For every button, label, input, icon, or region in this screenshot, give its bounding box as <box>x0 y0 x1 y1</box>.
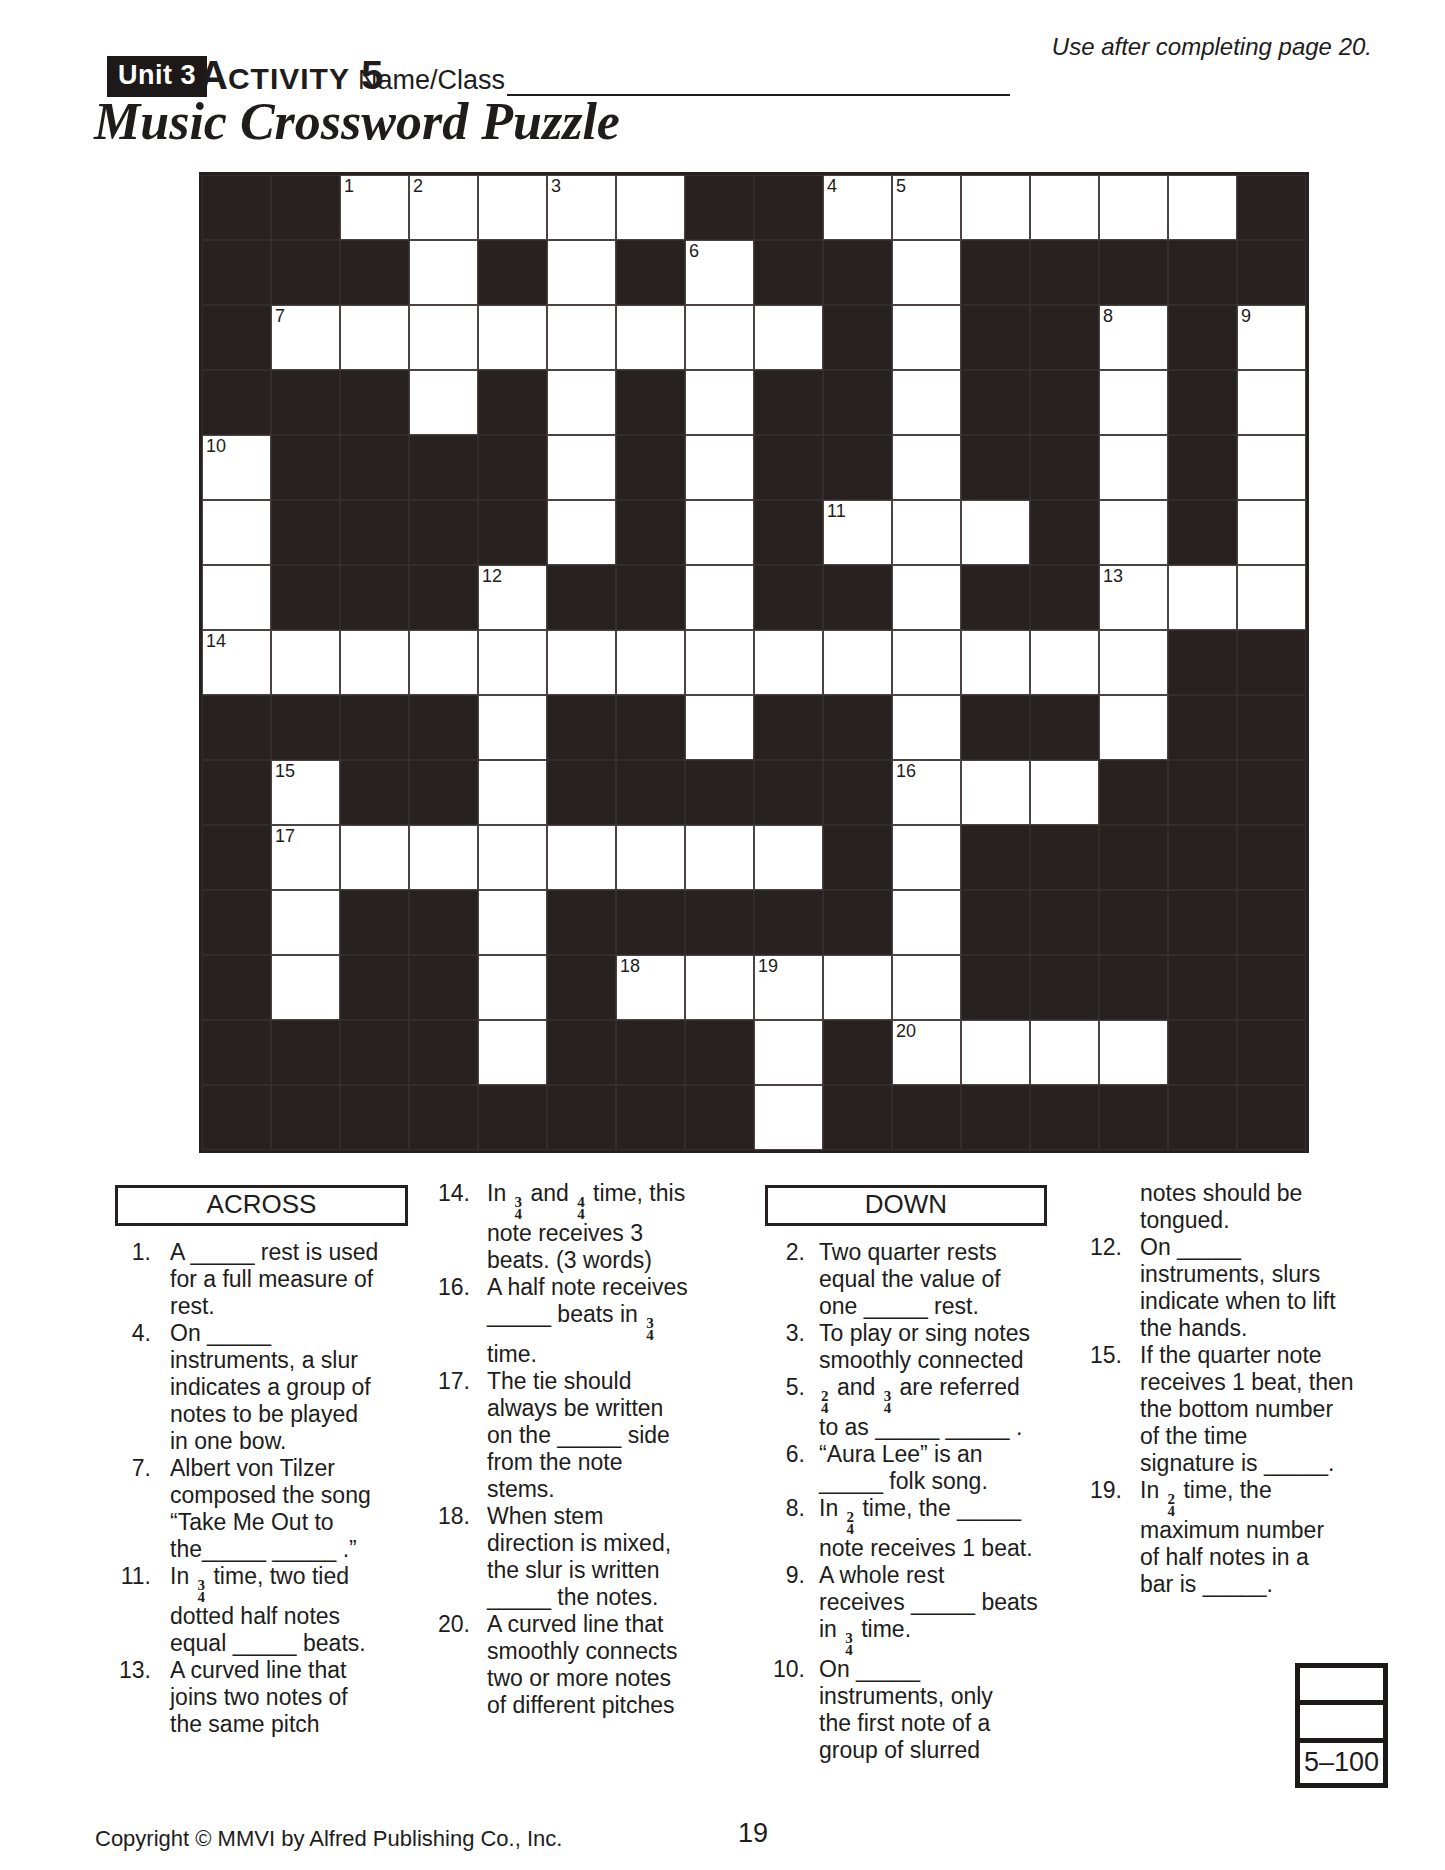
grid-cell[interactable] <box>1099 630 1168 695</box>
time-signature-fraction: 34 <box>845 1632 853 1656</box>
blocked-cell <box>754 240 823 305</box>
blocked-cell <box>340 890 409 955</box>
grid-cell[interactable]: 10 <box>202 435 271 500</box>
time-signature-fraction: 24 <box>847 1511 855 1535</box>
grid-cell[interactable] <box>685 955 754 1020</box>
grid-cell[interactable] <box>892 500 961 565</box>
blocked-cell <box>340 500 409 565</box>
grid-cell[interactable]: 8 <box>1099 305 1168 370</box>
blocked-cell <box>478 1085 547 1150</box>
clue-number: 19 <box>758 957 778 976</box>
clue-number: 10 <box>206 437 226 456</box>
blocked-cell <box>1099 1085 1168 1150</box>
grid-cell[interactable] <box>754 305 823 370</box>
grid-cell[interactable] <box>616 825 685 890</box>
clue-item-number: 5. <box>750 1374 805 1441</box>
grid-cell[interactable] <box>1237 435 1306 500</box>
blocked-cell <box>823 240 892 305</box>
blocked-cell <box>754 565 823 630</box>
clue-item-number: 11. <box>96 1563 151 1657</box>
grid-cell[interactable] <box>685 305 754 370</box>
blocked-cell <box>202 175 271 240</box>
grid-cell[interactable] <box>892 565 961 630</box>
grid-cell[interactable] <box>961 175 1030 240</box>
clue-item: 9.A whole restreceives _____ beatsin 34 … <box>750 1562 1050 1656</box>
score-box-empty-row <box>1300 1668 1383 1700</box>
grid-cell[interactable] <box>616 175 685 240</box>
clue-number: 9 <box>1241 307 1251 326</box>
blocked-cell <box>1030 500 1099 565</box>
clue-item: 18.When stemdirection is mixed,the slur … <box>420 1503 725 1611</box>
grid-cell[interactable] <box>202 565 271 630</box>
grid-cell[interactable] <box>547 630 616 695</box>
grid-cell[interactable] <box>478 1020 547 1085</box>
blocked-cell <box>616 1085 685 1150</box>
blocked-cell <box>823 825 892 890</box>
grid-cell[interactable] <box>340 630 409 695</box>
time-signature-fraction: 24 <box>821 1390 829 1414</box>
blocked-cell <box>478 435 547 500</box>
grid-cell[interactable]: 4 <box>823 175 892 240</box>
grid-cell[interactable]: 6 <box>685 240 754 305</box>
clue-column-down-2: notes should betongued.12.On _____instru… <box>1070 1180 1380 1598</box>
grid-cell[interactable] <box>202 500 271 565</box>
page-number: 19 <box>738 1818 768 1849</box>
blocked-cell <box>202 890 271 955</box>
grid-cell[interactable] <box>1030 760 1099 825</box>
blocked-cell <box>1030 695 1099 760</box>
grid-cell[interactable] <box>685 435 754 500</box>
clue-item-text: A _____ rest is usedfor a full measure o… <box>170 1239 378 1320</box>
grid-cell[interactable] <box>547 370 616 435</box>
grid-cell[interactable] <box>961 760 1030 825</box>
grid-cell[interactable] <box>1030 1020 1099 1085</box>
clue-number: 16 <box>896 762 916 781</box>
page-title: Music Crossword Puzzle <box>94 92 620 151</box>
grid-cell[interactable] <box>685 825 754 890</box>
grid-cell[interactable] <box>547 500 616 565</box>
clue-item: 10.On _____instruments, onlythe first no… <box>750 1656 1050 1764</box>
grid-cell[interactable] <box>685 695 754 760</box>
blocked-cell <box>961 305 1030 370</box>
grid-cell[interactable] <box>340 825 409 890</box>
clue-number: 12 <box>482 567 502 586</box>
grid-cell[interactable] <box>478 760 547 825</box>
grid-cell[interactable]: 5 <box>892 175 961 240</box>
clue-item-number: 18. <box>420 1503 470 1611</box>
clue-item-text: When stemdirection is mixed,the slur is … <box>487 1503 671 1611</box>
blocked-cell <box>823 305 892 370</box>
blocked-cell <box>1030 1085 1099 1150</box>
clue-item-number: 7. <box>96 1455 151 1563</box>
clue-number: 15 <box>275 762 295 781</box>
clue-item: 1.A _____ rest is usedfor a full measure… <box>96 1239 408 1320</box>
blocked-cell <box>1168 825 1237 890</box>
blocked-cell <box>616 435 685 500</box>
clue-number: 5 <box>896 177 906 196</box>
blocked-cell <box>1030 890 1099 955</box>
clue-item-number: 6. <box>750 1441 805 1495</box>
blocked-cell <box>823 565 892 630</box>
clue-item-text: Albert von Tilzercomposed the song“Take … <box>170 1455 371 1563</box>
blocked-cell <box>547 565 616 630</box>
blocked-cell <box>271 500 340 565</box>
blocked-cell <box>340 695 409 760</box>
grid-cell[interactable] <box>340 305 409 370</box>
grid-cell[interactable]: 1 <box>340 175 409 240</box>
blocked-cell <box>754 435 823 500</box>
blocked-cell <box>1237 240 1306 305</box>
grid-cell[interactable] <box>478 175 547 240</box>
blocked-cell <box>1168 1085 1237 1150</box>
blocked-cell <box>547 1085 616 1150</box>
clue-item-text: The tie shouldalways be writtenon the __… <box>487 1368 670 1503</box>
blocked-cell <box>202 1020 271 1085</box>
clue-item-text: On _____instruments, slursindicate when … <box>1140 1234 1336 1342</box>
grid-cell[interactable] <box>271 630 340 695</box>
grid-cell[interactable] <box>1030 175 1099 240</box>
blocked-cell <box>478 500 547 565</box>
blocked-cell <box>616 370 685 435</box>
blocked-cell <box>202 825 271 890</box>
grid-cell[interactable] <box>409 240 478 305</box>
grid-cell[interactable] <box>1099 435 1168 500</box>
grid-cell[interactable] <box>685 500 754 565</box>
clue-item-number: 15. <box>1070 1342 1122 1477</box>
grid-cell[interactable]: 3 <box>547 175 616 240</box>
grid-cell[interactable]: 20 <box>892 1020 961 1085</box>
time-signature-fraction: 24 <box>1168 1493 1176 1517</box>
clue-number: 7 <box>275 307 285 326</box>
grid-cell[interactable]: 13 <box>1099 565 1168 630</box>
clue-item-text: notes should betongued. <box>1140 1180 1302 1234</box>
clue-item: 5.24 and 34 are referredto as _____ ____… <box>750 1374 1050 1441</box>
clue-item: 4.On _____instruments, a slurindicates a… <box>96 1320 408 1455</box>
blocked-cell <box>340 240 409 305</box>
blocked-cell <box>202 240 271 305</box>
blocked-cell <box>1030 240 1099 305</box>
clue-item-text: A curved line thatsmoothly connectstwo o… <box>487 1611 677 1719</box>
grid-cell[interactable] <box>478 890 547 955</box>
grid-cell[interactable] <box>271 955 340 1020</box>
clue-item: 20.A curved line thatsmoothly connectstw… <box>420 1611 725 1719</box>
grid-cell[interactable]: 16 <box>892 760 961 825</box>
blocked-cell <box>202 955 271 1020</box>
grid-cell[interactable] <box>547 305 616 370</box>
blocked-cell <box>271 695 340 760</box>
blocked-cell <box>271 565 340 630</box>
time-signature-fraction: 44 <box>577 1196 585 1220</box>
grid-cell[interactable] <box>961 630 1030 695</box>
clue-number: 4 <box>827 177 837 196</box>
grid-cell[interactable] <box>961 500 1030 565</box>
blocked-cell <box>271 175 340 240</box>
grid-cell[interactable] <box>892 890 961 955</box>
score-box-empty-row <box>1300 1700 1383 1737</box>
grid-cell[interactable]: 2 <box>409 175 478 240</box>
clue-item-number: 9. <box>750 1562 805 1656</box>
blocked-cell <box>823 1085 892 1150</box>
activity-rest: CTIVITY <box>228 62 350 95</box>
blocked-cell <box>754 760 823 825</box>
clue-item-number: 8. <box>750 1495 805 1562</box>
grid-cell[interactable] <box>1030 630 1099 695</box>
clue-item-number: 14. <box>420 1180 470 1274</box>
blocked-cell <box>409 1085 478 1150</box>
grid-cell[interactable] <box>478 825 547 890</box>
blocked-cell <box>1168 695 1237 760</box>
time-signature-fraction: 34 <box>646 1317 654 1341</box>
blocked-cell <box>685 1020 754 1085</box>
blocked-cell <box>1168 955 1237 1020</box>
grid-cell[interactable] <box>754 1085 823 1150</box>
clue-item-text: 24 and 34 are referredto as _____ _____ … <box>819 1374 1022 1441</box>
blocked-cell <box>547 695 616 760</box>
grid-cell[interactable] <box>754 1020 823 1085</box>
blocked-cell <box>823 695 892 760</box>
blocked-cell <box>1030 305 1099 370</box>
grid-cell[interactable] <box>892 305 961 370</box>
clue-number: 1 <box>344 177 354 196</box>
clue-number: 20 <box>896 1022 916 1041</box>
blocked-cell <box>409 500 478 565</box>
blocked-cell <box>1099 760 1168 825</box>
grid-cell[interactable] <box>616 630 685 695</box>
grid-cell[interactable] <box>1237 565 1306 630</box>
blocked-cell <box>409 565 478 630</box>
grid-cell[interactable]: 14 <box>202 630 271 695</box>
blocked-cell <box>1030 955 1099 1020</box>
grid-cell[interactable]: 18 <box>616 955 685 1020</box>
blocked-cell <box>961 825 1030 890</box>
clue-item: notes should betongued. <box>1070 1180 1380 1234</box>
blocked-cell <box>1030 435 1099 500</box>
blocked-cell <box>340 955 409 1020</box>
clue-number: 14 <box>206 632 226 651</box>
clue-item: 8.In 24 time, the _____note receives 1 b… <box>750 1495 1050 1562</box>
blocked-cell <box>685 175 754 240</box>
blocked-cell <box>202 305 271 370</box>
blocked-cell <box>823 435 892 500</box>
clue-column-across-2: 14.In 34 and 44 time, thisnote receives … <box>420 1180 725 1719</box>
grid-cell[interactable] <box>892 370 961 435</box>
blocked-cell <box>823 370 892 435</box>
grid-cell[interactable]: 11 <box>823 500 892 565</box>
blocked-cell <box>823 1020 892 1085</box>
clue-item-number: 12. <box>1070 1234 1122 1342</box>
clue-number: 18 <box>620 957 640 976</box>
blocked-cell <box>1030 565 1099 630</box>
grid-cell[interactable] <box>409 370 478 435</box>
grid-cell[interactable] <box>1168 565 1237 630</box>
blocked-cell <box>271 240 340 305</box>
grid-cell[interactable] <box>685 565 754 630</box>
grid-cell[interactable] <box>547 240 616 305</box>
blocked-cell <box>961 370 1030 435</box>
clue-item-text: In 34 time, two tieddotted half notesequ… <box>170 1563 366 1657</box>
blocked-cell <box>685 1085 754 1150</box>
score-box-range: 5–100 <box>1300 1738 1383 1783</box>
blocked-cell <box>1237 890 1306 955</box>
clue-item-text: To play or sing notessmoothly connected <box>819 1320 1030 1374</box>
grid-cell[interactable] <box>478 695 547 760</box>
blocked-cell <box>1099 240 1168 305</box>
grid-cell[interactable] <box>1099 1020 1168 1085</box>
grid-cell[interactable] <box>1168 175 1237 240</box>
grid-cell[interactable]: 7 <box>271 305 340 370</box>
blocked-cell <box>547 890 616 955</box>
clue-item-number: 3. <box>750 1320 805 1374</box>
blocked-cell <box>1237 825 1306 890</box>
blocked-cell <box>340 1020 409 1085</box>
clue-number: 6 <box>689 242 699 261</box>
clue-item-number: 16. <box>420 1274 470 1368</box>
grid-cell[interactable] <box>547 435 616 500</box>
grid-cell[interactable] <box>1237 370 1306 435</box>
blocked-cell <box>1168 240 1237 305</box>
grid-cell[interactable]: 9 <box>1237 305 1306 370</box>
grid-cell[interactable] <box>823 630 892 695</box>
blocked-cell <box>202 370 271 435</box>
grid-cell[interactable] <box>616 305 685 370</box>
clue-item: 14.In 34 and 44 time, thisnote receives … <box>420 1180 725 1274</box>
grid-cell[interactable] <box>961 1020 1030 1085</box>
clue-item-number: 2. <box>750 1239 805 1320</box>
blocked-cell <box>409 435 478 500</box>
grid-cell[interactable] <box>1099 370 1168 435</box>
blocked-cell <box>1099 825 1168 890</box>
blocked-cell <box>409 1020 478 1085</box>
blocked-cell <box>685 890 754 955</box>
grid-cell[interactable] <box>409 630 478 695</box>
blocked-cell <box>823 890 892 955</box>
blocked-cell <box>961 890 1030 955</box>
blocked-cell <box>1168 1020 1237 1085</box>
blocked-cell <box>1237 760 1306 825</box>
blocked-cell <box>547 955 616 1020</box>
clue-number: 17 <box>275 827 295 846</box>
clue-item-text: A whole restreceives _____ beatsin 34 ti… <box>819 1562 1038 1656</box>
grid-cell[interactable] <box>1099 500 1168 565</box>
grid-cell[interactable] <box>892 695 961 760</box>
grid-cell[interactable] <box>823 955 892 1020</box>
clue-item: 11.In 34 time, two tieddotted half notes… <box>96 1563 408 1657</box>
grid-cell[interactable] <box>409 825 478 890</box>
blocked-cell <box>1237 955 1306 1020</box>
grid-cell[interactable] <box>892 630 961 695</box>
blocked-cell <box>823 760 892 825</box>
blocked-cell <box>1237 1085 1306 1150</box>
blocked-cell <box>961 1085 1030 1150</box>
blocked-cell <box>1168 630 1237 695</box>
blocked-cell <box>478 370 547 435</box>
grid-cell[interactable] <box>271 890 340 955</box>
blocked-cell <box>271 370 340 435</box>
clue-item: 15.If the quarter notereceives 1 beat, t… <box>1070 1342 1380 1477</box>
grid-cell[interactable]: 17 <box>271 825 340 890</box>
grid-cell[interactable] <box>892 240 961 305</box>
clue-item-text: Two quarter restsequal the value ofone _… <box>819 1239 1001 1320</box>
grid-cell[interactable] <box>754 825 823 890</box>
clue-list-header-down: DOWN <box>765 1185 1047 1226</box>
grid-cell[interactable] <box>409 305 478 370</box>
blocked-cell <box>754 175 823 240</box>
clue-item: 16.A half note receives_____ beats in 34… <box>420 1274 725 1368</box>
blocked-cell <box>1168 370 1237 435</box>
clue-column-across: ACROSS1.A _____ rest is usedfor a full m… <box>96 1185 408 1738</box>
grid-cell[interactable]: 15 <box>271 760 340 825</box>
blocked-cell <box>340 1085 409 1150</box>
grid-cell[interactable] <box>892 955 961 1020</box>
grid-cell[interactable]: 12 <box>478 565 547 630</box>
blocked-cell <box>961 565 1030 630</box>
clue-item-text: In 34 and 44 time, thisnote receives 3be… <box>487 1180 685 1274</box>
blocked-cell <box>202 695 271 760</box>
blocked-cell <box>1030 825 1099 890</box>
blocked-cell <box>961 955 1030 1020</box>
blocked-cell <box>478 240 547 305</box>
blocked-cell <box>616 1020 685 1085</box>
clue-item-text: In 24 time, themaximum numberof half not… <box>1140 1477 1324 1598</box>
clue-column-down: DOWN2.Two quarter restsequal the value o… <box>750 1185 1050 1764</box>
blocked-cell <box>685 760 754 825</box>
grid-cell[interactable] <box>547 825 616 890</box>
time-signature-fraction: 34 <box>515 1196 523 1220</box>
crossword-grid: 1234567891011121314151617181920 <box>199 172 1309 1153</box>
blocked-cell <box>616 500 685 565</box>
grid-cell[interactable] <box>685 630 754 695</box>
grid-cell[interactable] <box>754 630 823 695</box>
clue-item: 17.The tie shouldalways be writtenon the… <box>420 1368 725 1503</box>
clue-item-number: 10. <box>750 1656 805 1764</box>
grid-cell[interactable] <box>478 630 547 695</box>
grid-cell[interactable] <box>685 370 754 435</box>
blocked-cell <box>202 1085 271 1150</box>
clue-number: 11 <box>827 502 846 521</box>
grid-cell[interactable] <box>1099 695 1168 760</box>
grid-cell[interactable] <box>478 305 547 370</box>
clue-item-text: On _____instruments, onlythe first note … <box>819 1656 993 1764</box>
grid-cell[interactable]: 19 <box>754 955 823 1020</box>
blocked-cell <box>961 435 1030 500</box>
time-signature-fraction: 34 <box>884 1390 892 1414</box>
blocked-cell <box>1168 435 1237 500</box>
grid-cell[interactable] <box>1099 175 1168 240</box>
grid-cell[interactable] <box>892 825 961 890</box>
blocked-cell <box>409 955 478 1020</box>
clue-item-text: A half note receives_____ beats in 34tim… <box>487 1274 688 1368</box>
blocked-cell <box>202 760 271 825</box>
unit-label: Unit 3 <box>107 56 207 97</box>
clue-item-text: In 24 time, the _____note receives 1 bea… <box>819 1495 1033 1562</box>
grid-cell[interactable] <box>1237 500 1306 565</box>
clue-item: 7.Albert von Tilzercomposed the song“Tak… <box>96 1455 408 1563</box>
grid-cell[interactable] <box>478 955 547 1020</box>
blocked-cell <box>1099 955 1168 1020</box>
activity-initial: A <box>199 53 228 97</box>
clue-item-number: 1. <box>96 1239 151 1320</box>
clue-item-text: If the quarter notereceives 1 beat, then… <box>1140 1342 1354 1477</box>
clue-item: 6.“Aura Lee” is an_____ folk song. <box>750 1441 1050 1495</box>
blocked-cell <box>961 240 1030 305</box>
blocked-cell <box>616 760 685 825</box>
blocked-cell <box>340 370 409 435</box>
grid-cell[interactable] <box>892 435 961 500</box>
blocked-cell <box>1237 1020 1306 1085</box>
blocked-cell <box>340 435 409 500</box>
blocked-cell <box>1099 890 1168 955</box>
clue-item-number: 20. <box>420 1611 470 1719</box>
